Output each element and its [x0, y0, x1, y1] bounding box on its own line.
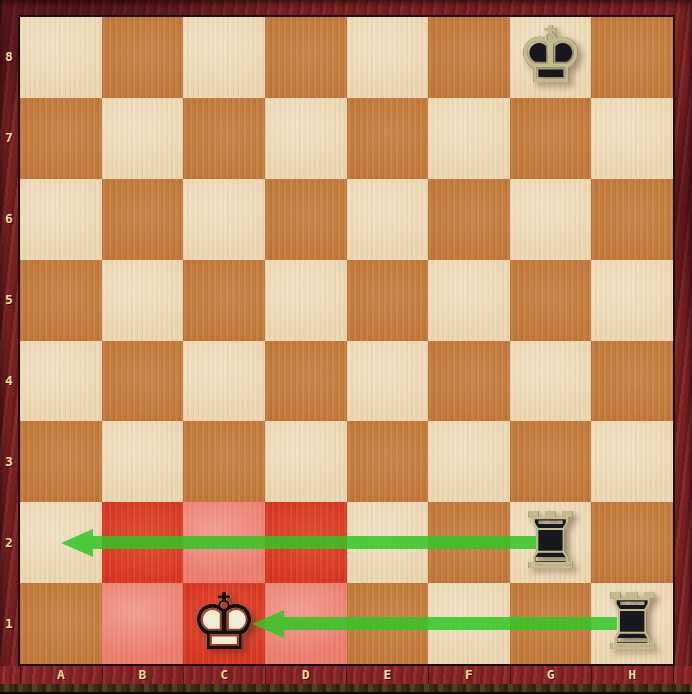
- rank-label-7: 7: [0, 130, 18, 145]
- square-a1[interactable]: [20, 583, 102, 664]
- chess-board-window: ABCDEFGH ♚♔♜♖♜♖♚♔87654321: [0, 0, 692, 694]
- file-label-d: D: [291, 667, 321, 682]
- square-g6[interactable]: [510, 179, 592, 260]
- file-label-bar: ABCDEFGH: [0, 666, 692, 684]
- rank-label-1: 1: [0, 616, 18, 631]
- square-f4[interactable]: [428, 341, 510, 422]
- file-label-h: H: [617, 667, 647, 682]
- square-d5[interactable]: [265, 260, 347, 341]
- square-b6[interactable]: [102, 179, 184, 260]
- square-c8[interactable]: [183, 17, 265, 98]
- square-a3[interactable]: [20, 421, 102, 502]
- rank-label-2: 2: [0, 535, 18, 550]
- square-a6[interactable]: [20, 179, 102, 260]
- square-c5[interactable]: [183, 260, 265, 341]
- square-c7[interactable]: [183, 98, 265, 179]
- square-e7[interactable]: [347, 98, 429, 179]
- square-g4[interactable]: [510, 341, 592, 422]
- arrowhead-icon: [61, 529, 93, 557]
- arrow-shaft: [92, 536, 536, 549]
- square-c3[interactable]: [183, 421, 265, 502]
- file-label-b: B: [127, 667, 157, 682]
- square-a5[interactable]: [20, 260, 102, 341]
- arrowhead-icon: [252, 610, 284, 638]
- black-king-outline: ♔: [516, 16, 586, 94]
- square-e4[interactable]: [347, 341, 429, 422]
- square-g3[interactable]: [510, 421, 592, 502]
- square-e6[interactable]: [347, 179, 429, 260]
- arrow-g2-a2: [61, 529, 536, 557]
- square-d4[interactable]: [265, 341, 347, 422]
- square-b5[interactable]: [102, 260, 184, 341]
- square-b3[interactable]: [102, 421, 184, 502]
- square-h4[interactable]: [591, 341, 673, 422]
- square-f5[interactable]: [428, 260, 510, 341]
- square-f8[interactable]: [428, 17, 510, 98]
- square-e3[interactable]: [347, 421, 429, 502]
- square-f3[interactable]: [428, 421, 510, 502]
- square-h6[interactable]: [591, 179, 673, 260]
- rank-label-5: 5: [0, 292, 18, 307]
- square-c4[interactable]: [183, 341, 265, 422]
- square-h2[interactable]: [591, 502, 673, 583]
- square-c6[interactable]: [183, 179, 265, 260]
- square-b1[interactable]: [102, 583, 184, 664]
- square-b4[interactable]: [102, 341, 184, 422]
- square-g5[interactable]: [510, 260, 592, 341]
- square-d8[interactable]: [265, 17, 347, 98]
- square-d6[interactable]: [265, 179, 347, 260]
- square-h3[interactable]: [591, 421, 673, 502]
- square-f7[interactable]: [428, 98, 510, 179]
- piece-black-king-g8[interactable]: ♚♔: [510, 17, 592, 98]
- square-h8[interactable]: [591, 17, 673, 98]
- square-f6[interactable]: [428, 179, 510, 260]
- file-label-a: A: [46, 667, 76, 682]
- file-label-c: C: [209, 667, 239, 682]
- square-d3[interactable]: [265, 421, 347, 502]
- square-a4[interactable]: [20, 341, 102, 422]
- file-label-e: E: [372, 667, 402, 682]
- square-h5[interactable]: [591, 260, 673, 341]
- square-b7[interactable]: [102, 98, 184, 179]
- square-d7[interactable]: [265, 98, 347, 179]
- arrow-h1-c1: [252, 610, 617, 638]
- frame-bottom-strip: [0, 684, 692, 694]
- square-h7[interactable]: [591, 98, 673, 179]
- rank-label-4: 4: [0, 373, 18, 388]
- rank-label-3: 3: [0, 454, 18, 469]
- file-label-f: F: [454, 667, 484, 682]
- file-label-g: G: [536, 667, 566, 682]
- square-e8[interactable]: [347, 17, 429, 98]
- square-a8[interactable]: [20, 17, 102, 98]
- white-king-outline: ♔: [189, 583, 259, 661]
- square-e5[interactable]: [347, 260, 429, 341]
- arrow-shaft: [283, 617, 617, 630]
- square-b8[interactable]: [102, 17, 184, 98]
- square-a7[interactable]: [20, 98, 102, 179]
- rank-label-8: 8: [0, 49, 18, 64]
- rank-label-6: 6: [0, 211, 18, 226]
- square-g7[interactable]: [510, 98, 592, 179]
